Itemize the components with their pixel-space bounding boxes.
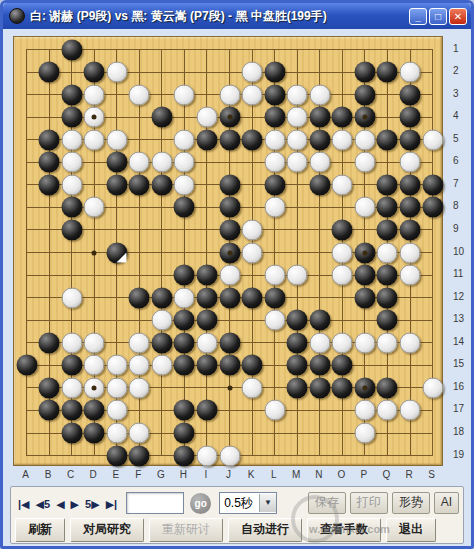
white-stone-J3[interactable]: [219, 84, 240, 105]
black-stone-B5[interactable]: [39, 129, 60, 150]
black-stone-N4[interactable]: [309, 107, 330, 128]
row-label-1: 1: [453, 43, 459, 54]
go-board[interactable]: [13, 36, 443, 466]
black-stone-L12[interactable]: [264, 287, 285, 308]
black-stone-M16[interactable]: [287, 377, 308, 398]
white-stone-K3[interactable]: [242, 84, 263, 105]
black-stone-I17[interactable]: [196, 400, 217, 421]
white-stone-N3[interactable]: [309, 84, 330, 105]
row-label-19: 19: [453, 449, 464, 460]
row-label-3: 3: [453, 88, 459, 99]
mini-button-形势[interactable]: 形势: [392, 492, 430, 514]
col-label-D: D: [90, 469, 97, 480]
col-label-H: H: [180, 469, 187, 480]
white-stone-G13[interactable]: [151, 310, 172, 331]
star-point: [92, 115, 97, 120]
black-stone-Q16[interactable]: [377, 377, 398, 398]
row-labels: 12345678910111213141516171819: [451, 3, 469, 473]
white-stone-G6[interactable]: [151, 152, 172, 173]
row-label-5: 5: [453, 133, 459, 144]
col-label-G: G: [157, 469, 165, 480]
white-stone-E18[interactable]: [106, 423, 127, 444]
black-stone-Q2[interactable]: [377, 62, 398, 83]
black-stone-H15[interactable]: [174, 355, 195, 376]
white-stone-P8[interactable]: [354, 197, 375, 218]
row-label-11: 11: [453, 268, 463, 279]
row-label-16: 16: [453, 381, 464, 392]
star-point: [227, 115, 232, 120]
star-point: [227, 250, 232, 255]
white-stone-D15[interactable]: [84, 355, 105, 376]
black-stone-J14[interactable]: [219, 332, 240, 353]
white-stone-O10[interactable]: [332, 242, 353, 263]
col-label-F: F: [135, 469, 141, 480]
black-stone-Q7[interactable]: [377, 174, 398, 195]
last-move-marker: [116, 252, 126, 262]
column-labels: ABCDEFGHIJKLMNOPQRS: [3, 469, 474, 481]
row-label-4: 4: [453, 110, 459, 121]
black-stone-L7[interactable]: [264, 174, 285, 195]
white-stone-F3[interactable]: [129, 84, 150, 105]
black-stone-P2[interactable]: [354, 62, 375, 83]
col-label-A: A: [22, 469, 29, 480]
black-stone-G14[interactable]: [151, 332, 172, 353]
white-stone-D5[interactable]: [84, 129, 105, 150]
black-stone-I13[interactable]: [196, 310, 217, 331]
row-label-8: 8: [453, 200, 459, 211]
black-stone-Q9[interactable]: [377, 219, 398, 240]
black-stone-S7[interactable]: [422, 174, 443, 195]
mini-button-保存[interactable]: 保存: [308, 492, 346, 514]
white-stone-C12[interactable]: [61, 287, 82, 308]
black-stone-C17[interactable]: [61, 400, 82, 421]
nav-button-2[interactable]: ◀: [53, 496, 67, 512]
white-stone-Q10[interactable]: [377, 242, 398, 263]
white-stone-R11[interactable]: [400, 265, 421, 286]
white-stone-M11[interactable]: [287, 265, 308, 286]
mini-button-打印[interactable]: 打印: [350, 492, 388, 514]
main-button-自动进行[interactable]: 自动进行: [228, 518, 302, 542]
col-label-O: O: [337, 469, 345, 480]
row-label-14: 14: [453, 336, 464, 347]
white-stone-R2[interactable]: [400, 62, 421, 83]
white-stone-Q17[interactable]: [377, 400, 398, 421]
white-stone-P5[interactable]: [354, 129, 375, 150]
star-point: [362, 115, 367, 120]
black-stone-J5[interactable]: [219, 129, 240, 150]
white-stone-J11[interactable]: [219, 265, 240, 286]
black-stone-J7[interactable]: [219, 174, 240, 195]
white-stone-H3[interactable]: [174, 84, 195, 105]
control-panel: |◀◀5◀▶5▶▶| go 0.5秒 ▼ 保存打印形势AI 刷新对局研究重新研讨…: [10, 486, 464, 544]
star-point: [92, 385, 97, 390]
black-stone-I5[interactable]: [196, 129, 217, 150]
black-stone-C4[interactable]: [61, 107, 82, 128]
black-stone-N13[interactable]: [309, 310, 330, 331]
row-label-10: 10: [453, 246, 464, 257]
black-stone-B2[interactable]: [39, 62, 60, 83]
white-stone-F6[interactable]: [129, 152, 150, 173]
black-stone-O4[interactable]: [332, 107, 353, 128]
black-stone-E6[interactable]: [106, 152, 127, 173]
black-stone-F7[interactable]: [129, 174, 150, 195]
col-label-J: J: [226, 469, 231, 480]
white-stone-F14[interactable]: [129, 332, 150, 353]
black-stone-D2[interactable]: [84, 62, 105, 83]
app-window: 白: 谢赫 (P9段) vs 黑: 黄云嵩 (P7段) - 黑 中盘胜(199手…: [0, 0, 474, 549]
nav-button-5[interactable]: ▶|: [103, 496, 121, 512]
white-stone-F18[interactable]: [129, 423, 150, 444]
col-label-C: C: [67, 469, 74, 480]
black-stone-J8[interactable]: [219, 197, 240, 218]
black-stone-L4[interactable]: [264, 107, 285, 128]
white-stone-F16[interactable]: [129, 377, 150, 398]
black-stone-M15[interactable]: [287, 355, 308, 376]
row-label-7: 7: [453, 178, 459, 189]
black-stone-H8[interactable]: [174, 197, 195, 218]
col-label-Q: Q: [383, 469, 391, 480]
black-stone-R7[interactable]: [400, 174, 421, 195]
white-stone-L6[interactable]: [264, 152, 285, 173]
white-stone-K16[interactable]: [242, 377, 263, 398]
black-stone-B7[interactable]: [39, 174, 60, 195]
row-label-13: 13: [453, 313, 464, 324]
white-stone-O5[interactable]: [332, 129, 353, 150]
white-stone-L5[interactable]: [264, 129, 285, 150]
black-stone-K5[interactable]: [242, 129, 263, 150]
white-stone-R17[interactable]: [400, 400, 421, 421]
black-stone-A15[interactable]: [16, 355, 37, 376]
white-stone-E2[interactable]: [106, 62, 127, 83]
white-stone-E16[interactable]: [106, 377, 127, 398]
white-stone-C14[interactable]: [61, 332, 82, 353]
speed-value: 0.5秒: [224, 495, 253, 512]
black-stone-Q12[interactable]: [377, 287, 398, 308]
black-stone-J9[interactable]: [219, 219, 240, 240]
row-label-17: 17: [453, 403, 464, 414]
black-stone-P11[interactable]: [354, 265, 375, 286]
black-stone-E7[interactable]: [106, 174, 127, 195]
black-stone-R5[interactable]: [400, 129, 421, 150]
star-point: [227, 385, 232, 390]
black-stone-H14[interactable]: [174, 332, 195, 353]
white-stone-M4[interactable]: [287, 107, 308, 128]
black-stone-G4[interactable]: [151, 107, 172, 128]
white-stone-L11[interactable]: [264, 265, 285, 286]
black-stone-Q11[interactable]: [377, 265, 398, 286]
col-label-N: N: [315, 469, 322, 480]
col-label-R: R: [405, 469, 412, 480]
white-stone-M5[interactable]: [287, 129, 308, 150]
star-point: [92, 250, 97, 255]
star-point: [362, 385, 367, 390]
title-bar: 白: 谢赫 (P9段) vs 黑: 黄云嵩 (P7段) - 黑 中盘胜(199手…: [3, 3, 471, 29]
col-label-P: P: [361, 469, 368, 480]
black-stone-D17[interactable]: [84, 400, 105, 421]
white-stone-C7[interactable]: [61, 174, 82, 195]
col-label-L: L: [271, 469, 277, 480]
white-stone-F15[interactable]: [129, 355, 150, 376]
black-stone-G12[interactable]: [151, 287, 172, 308]
row-label-2: 2: [453, 65, 459, 76]
main-button-刷新[interactable]: 刷新: [15, 518, 65, 542]
col-label-I: I: [205, 469, 208, 480]
white-stone-R6[interactable]: [400, 152, 421, 173]
star-point: [362, 250, 367, 255]
white-stone-C16[interactable]: [61, 377, 82, 398]
black-stone-B6[interactable]: [39, 152, 60, 173]
black-stone-E10[interactable]: [106, 242, 127, 263]
white-stone-P14[interactable]: [354, 332, 375, 353]
black-stone-O15[interactable]: [332, 355, 353, 376]
minimize-button[interactable]: _: [409, 8, 427, 25]
main-button-重新研讨[interactable]: 重新研讨: [149, 518, 223, 542]
black-stone-Q8[interactable]: [377, 197, 398, 218]
white-stone-R10[interactable]: [400, 242, 421, 263]
black-stone-O16[interactable]: [332, 377, 353, 398]
white-stone-J19[interactable]: [219, 445, 240, 466]
row-label-9: 9: [453, 223, 459, 234]
black-stone-J12[interactable]: [219, 287, 240, 308]
nav-button-1[interactable]: ◀5: [33, 496, 54, 512]
white-stone-O11[interactable]: [332, 265, 353, 286]
black-stone-R4[interactable]: [400, 107, 421, 128]
black-stone-L2[interactable]: [264, 62, 285, 83]
white-stone-Q14[interactable]: [377, 332, 398, 353]
black-stone-G7[interactable]: [151, 174, 172, 195]
black-stone-H11[interactable]: [174, 265, 195, 286]
white-stone-L17[interactable]: [264, 400, 285, 421]
white-stone-G15[interactable]: [151, 355, 172, 376]
black-stone-M13[interactable]: [287, 310, 308, 331]
white-stone-P17[interactable]: [354, 400, 375, 421]
black-stone-D18[interactable]: [84, 423, 105, 444]
row-label-6: 6: [453, 155, 459, 166]
black-stone-C3[interactable]: [61, 84, 82, 105]
black-stone-S8[interactable]: [422, 197, 443, 218]
black-stone-K12[interactable]: [242, 287, 263, 308]
white-stone-I19[interactable]: [196, 445, 217, 466]
black-stone-I11[interactable]: [196, 265, 217, 286]
white-stone-K10[interactable]: [242, 242, 263, 263]
col-label-S: S: [428, 469, 435, 480]
row-label-15: 15: [453, 358, 464, 369]
white-stone-M3[interactable]: [287, 84, 308, 105]
main-button-退出[interactable]: 退出: [386, 518, 436, 542]
mini-button-AI[interactable]: AI: [434, 492, 459, 514]
white-stone-H6[interactable]: [174, 152, 195, 173]
dropdown-arrow-icon: ▼: [259, 494, 276, 512]
row-label-18: 18: [453, 426, 464, 437]
black-stone-C9[interactable]: [61, 219, 82, 240]
white-stone-E5[interactable]: [106, 129, 127, 150]
main-button-查看手数[interactable]: 查看手数: [307, 518, 381, 542]
black-stone-P12[interactable]: [354, 287, 375, 308]
white-stone-P18[interactable]: [354, 423, 375, 444]
black-stone-B14[interactable]: [39, 332, 60, 353]
white-stone-C5[interactable]: [61, 129, 82, 150]
app-icon: [9, 8, 25, 24]
black-stone-H19[interactable]: [174, 445, 195, 466]
black-stone-C1[interactable]: [61, 39, 82, 60]
black-stone-P3[interactable]: [354, 84, 375, 105]
white-stone-O14[interactable]: [332, 332, 353, 353]
nav-button-4[interactable]: 5▶: [82, 496, 103, 512]
white-stone-I4[interactable]: [196, 107, 217, 128]
black-stone-H17[interactable]: [174, 400, 195, 421]
black-stone-N15[interactable]: [309, 355, 330, 376]
white-stone-D14[interactable]: [84, 332, 105, 353]
black-stone-N16[interactable]: [309, 377, 330, 398]
col-label-K: K: [248, 469, 255, 480]
black-stone-O9[interactable]: [332, 219, 353, 240]
black-stone-N7[interactable]: [309, 174, 330, 195]
speed-dropdown[interactable]: 0.5秒 ▼: [219, 492, 277, 514]
white-stone-S5[interactable]: [422, 129, 443, 150]
move-number-input[interactable]: [126, 492, 184, 514]
white-stone-E17[interactable]: [106, 400, 127, 421]
black-stone-H13[interactable]: [174, 310, 195, 331]
black-stone-M14[interactable]: [287, 332, 308, 353]
col-label-B: B: [45, 469, 52, 480]
white-stone-H12[interactable]: [174, 287, 195, 308]
white-stone-D3[interactable]: [84, 84, 105, 105]
white-stone-P6[interactable]: [354, 152, 375, 173]
white-stone-N14[interactable]: [309, 332, 330, 353]
black-stone-F19[interactable]: [129, 445, 150, 466]
white-stone-S16[interactable]: [422, 377, 443, 398]
go-button[interactable]: go: [190, 493, 211, 514]
col-label-M: M: [292, 469, 300, 480]
black-stone-C15[interactable]: [61, 355, 82, 376]
nav-button-0[interactable]: |◀: [15, 496, 33, 512]
col-label-E: E: [112, 469, 119, 480]
black-stone-Q13[interactable]: [377, 310, 398, 331]
black-stone-H18[interactable]: [174, 423, 195, 444]
black-stone-C18[interactable]: [61, 423, 82, 444]
white-stone-I14[interactable]: [196, 332, 217, 353]
black-stone-B17[interactable]: [39, 400, 60, 421]
main-button-对局研究[interactable]: 对局研究: [70, 518, 144, 542]
black-stone-Q5[interactable]: [377, 129, 398, 150]
white-stone-H5[interactable]: [174, 129, 195, 150]
black-stone-B16[interactable]: [39, 377, 60, 398]
white-stone-K9[interactable]: [242, 219, 263, 240]
white-stone-C6[interactable]: [61, 152, 82, 173]
nav-button-3[interactable]: ▶: [68, 496, 82, 512]
black-stone-R8[interactable]: [400, 197, 421, 218]
black-stone-E19[interactable]: [106, 445, 127, 466]
maximize-button[interactable]: □: [429, 8, 447, 25]
black-stone-I12[interactable]: [196, 287, 217, 308]
white-stone-H7[interactable]: [174, 174, 195, 195]
black-stone-J15[interactable]: [219, 355, 240, 376]
white-stone-N6[interactable]: [309, 152, 330, 173]
white-stone-L13[interactable]: [264, 310, 285, 331]
white-stone-L8[interactable]: [264, 197, 285, 218]
black-stone-N5[interactable]: [309, 129, 330, 150]
row-label-12: 12: [453, 291, 464, 302]
black-stone-C8[interactable]: [61, 197, 82, 218]
white-stone-O7[interactable]: [332, 174, 353, 195]
white-stone-M6[interactable]: [287, 152, 308, 173]
white-stone-R14[interactable]: [400, 332, 421, 353]
black-stone-K15[interactable]: [242, 355, 263, 376]
black-stone-I15[interactable]: [196, 355, 217, 376]
white-stone-E15[interactable]: [106, 355, 127, 376]
white-stone-K2[interactable]: [242, 62, 263, 83]
white-stone-D8[interactable]: [84, 197, 105, 218]
black-stone-F12[interactable]: [129, 287, 150, 308]
black-stone-R3[interactable]: [400, 84, 421, 105]
black-stone-L3[interactable]: [264, 84, 285, 105]
black-stone-R9[interactable]: [400, 219, 421, 240]
window-title: 白: 谢赫 (P9段) vs 黑: 黄云嵩 (P7段) - 黑 中盘胜(199手…: [30, 8, 327, 25]
